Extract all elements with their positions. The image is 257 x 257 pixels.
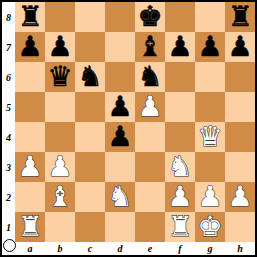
piece-white-pawn-a3[interactable]: ♟ (17, 152, 42, 182)
piece-white-bishop-b2[interactable]: ♝ (47, 182, 72, 212)
square-g1[interactable]: ♚ (195, 212, 225, 242)
square-d5[interactable]: ♟ (105, 92, 135, 122)
piece-black-pawn-d4[interactable]: ♟ (107, 122, 132, 152)
piece-black-pawn-b7[interactable]: ♟ (47, 32, 72, 62)
square-c6[interactable]: ♞ (75, 62, 105, 92)
rank-label-5: 5 (2, 92, 15, 122)
square-d2[interactable]: ♞ (105, 182, 135, 212)
square-e1[interactable] (135, 212, 165, 242)
square-f8[interactable] (165, 2, 195, 32)
square-f4[interactable] (165, 122, 195, 152)
side-to-move-corner (2, 242, 15, 255)
piece-black-bishop-e7[interactable]: ♝ (137, 32, 162, 62)
rank-label-1: 1 (2, 212, 15, 242)
piece-black-king-e8[interactable]: ♚ (137, 2, 162, 32)
square-g3[interactable] (195, 152, 225, 182)
square-g4[interactable]: ♛ (195, 122, 225, 152)
square-b8[interactable] (45, 2, 75, 32)
square-h2[interactable]: ♟ (225, 182, 255, 212)
file-label-g: g (195, 242, 225, 255)
file-label-b: b (45, 242, 75, 255)
square-d3[interactable] (105, 152, 135, 182)
square-g2[interactable]: ♟ (195, 182, 225, 212)
square-f7[interactable]: ♟ (165, 32, 195, 62)
piece-black-pawn-g7[interactable]: ♟ (197, 32, 222, 62)
square-b3[interactable]: ♟ (45, 152, 75, 182)
rank-label-8: 8 (2, 2, 15, 32)
square-e7[interactable]: ♝ (135, 32, 165, 62)
square-b6[interactable]: ♛ (45, 62, 75, 92)
square-a2[interactable] (15, 182, 45, 212)
square-d8[interactable] (105, 2, 135, 32)
square-h8[interactable]: ♜ (225, 2, 255, 32)
file-label-c: c (75, 242, 105, 255)
piece-white-pawn-e5[interactable]: ♟ (137, 92, 162, 122)
square-b4[interactable] (45, 122, 75, 152)
square-b1[interactable] (45, 212, 75, 242)
square-e8[interactable]: ♚ (135, 2, 165, 32)
square-f3[interactable]: ♞ (165, 152, 195, 182)
square-f2[interactable]: ♟ (165, 182, 195, 212)
square-h5[interactable] (225, 92, 255, 122)
square-b2[interactable]: ♝ (45, 182, 75, 212)
rank-labels: 87654321 (2, 2, 15, 242)
square-a5[interactable] (15, 92, 45, 122)
square-e4[interactable] (135, 122, 165, 152)
square-a6[interactable] (15, 62, 45, 92)
piece-black-knight-e6[interactable]: ♞ (137, 62, 162, 92)
piece-black-rook-a8[interactable]: ♜ (17, 2, 42, 32)
piece-black-pawn-d5[interactable]: ♟ (107, 92, 132, 122)
square-h1[interactable] (225, 212, 255, 242)
rank-label-4: 4 (2, 122, 15, 152)
file-label-e: e (135, 242, 165, 255)
square-a3[interactable]: ♟ (15, 152, 45, 182)
piece-black-pawn-a7[interactable]: ♟ (17, 32, 42, 62)
square-c1[interactable] (75, 212, 105, 242)
file-label-d: d (105, 242, 135, 255)
file-label-h: h (225, 242, 255, 255)
rank-label-2: 2 (2, 182, 15, 212)
piece-white-pawn-g2[interactable]: ♟ (197, 182, 222, 212)
square-f5[interactable] (165, 92, 195, 122)
square-f6[interactable] (165, 62, 195, 92)
square-b7[interactable]: ♟ (45, 32, 75, 62)
square-c3[interactable] (75, 152, 105, 182)
square-c4[interactable] (75, 122, 105, 152)
square-d1[interactable] (105, 212, 135, 242)
square-c2[interactable] (75, 182, 105, 212)
file-labels: abcdefgh (15, 242, 255, 255)
square-e2[interactable] (135, 182, 165, 212)
square-d4[interactable]: ♟ (105, 122, 135, 152)
square-a7[interactable]: ♟ (15, 32, 45, 62)
rank-label-7: 7 (2, 32, 15, 62)
square-g7[interactable]: ♟ (195, 32, 225, 62)
piece-white-rook-a1[interactable]: ♜ (17, 212, 42, 242)
rank-label-3: 3 (2, 152, 15, 182)
square-f1[interactable]: ♜ (165, 212, 195, 242)
piece-black-queen-b6[interactable]: ♛ (47, 62, 72, 92)
square-a4[interactable] (15, 122, 45, 152)
piece-white-king-g1[interactable]: ♚ (197, 212, 222, 242)
chess-diagram: 87654321 ♜♚♜♟♟♝♟♟♟♛♞♞♟♟♟♛♟♟♞♝♞♟♟♟♜♜♚ abc… (0, 0, 257, 257)
square-g6[interactable] (195, 62, 225, 92)
piece-white-queen-g4[interactable]: ♛ (197, 122, 222, 152)
square-c7[interactable] (75, 32, 105, 62)
chess-board[interactable]: ♜♚♜♟♟♝♟♟♟♛♞♞♟♟♟♛♟♟♞♝♞♟♟♟♜♜♚ (15, 2, 255, 242)
piece-black-pawn-f7[interactable]: ♟ (167, 32, 192, 62)
square-d7[interactable] (105, 32, 135, 62)
square-g5[interactable] (195, 92, 225, 122)
file-label-a: a (15, 242, 45, 255)
square-e5[interactable]: ♟ (135, 92, 165, 122)
piece-white-knight-d2[interactable]: ♞ (107, 182, 132, 212)
square-c8[interactable] (75, 2, 105, 32)
square-g8[interactable] (195, 2, 225, 32)
piece-white-pawn-b3[interactable]: ♟ (47, 152, 72, 182)
square-d6[interactable] (105, 62, 135, 92)
piece-black-rook-h8[interactable]: ♜ (227, 2, 252, 32)
square-e3[interactable] (135, 152, 165, 182)
file-label-f: f (165, 242, 195, 255)
square-a8[interactable]: ♜ (15, 2, 45, 32)
square-e6[interactable]: ♞ (135, 62, 165, 92)
piece-white-rook-f1[interactable]: ♜ (167, 212, 192, 242)
piece-white-pawn-h2[interactable]: ♟ (227, 182, 252, 212)
square-h4[interactable] (225, 122, 255, 152)
square-a1[interactable]: ♜ (15, 212, 45, 242)
rank-label-6: 6 (2, 62, 15, 92)
white-to-move-circle-icon (3, 239, 16, 252)
square-h7[interactable]: ♟ (225, 32, 255, 62)
square-h6[interactable] (225, 62, 255, 92)
square-b5[interactable] (45, 92, 75, 122)
piece-black-pawn-h7[interactable]: ♟ (227, 32, 252, 62)
square-h3[interactable] (225, 152, 255, 182)
piece-black-knight-c6[interactable]: ♞ (77, 62, 102, 92)
piece-white-knight-f3[interactable]: ♞ (167, 152, 192, 182)
piece-white-pawn-f2[interactable]: ♟ (167, 182, 192, 212)
square-c5[interactable] (75, 92, 105, 122)
